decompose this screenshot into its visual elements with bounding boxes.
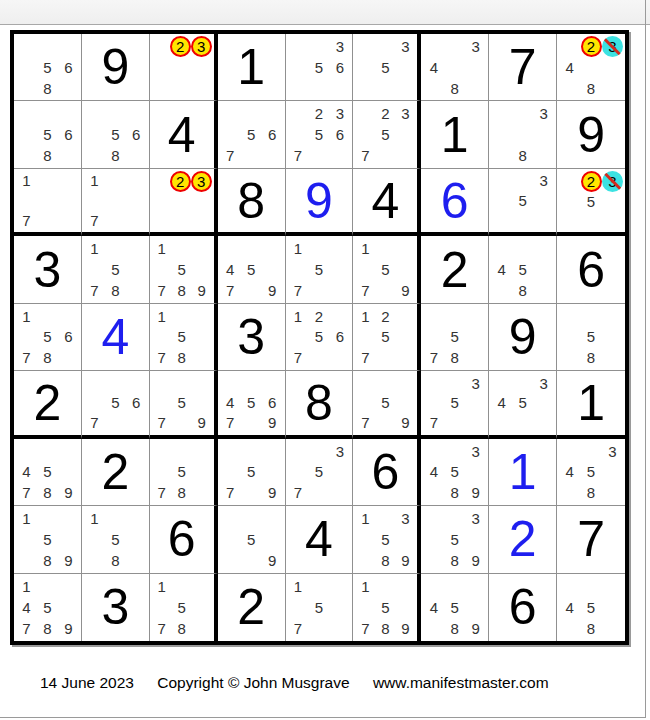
cell-r5c2[interactable]: 4 xyxy=(82,304,150,371)
circled-candidate: 2 xyxy=(170,36,191,57)
candidate: 2 xyxy=(309,103,330,124)
candidate: 4 xyxy=(491,393,512,413)
solved-digit: 2 xyxy=(441,245,469,295)
candidate: 7 xyxy=(423,347,444,368)
cell-r9c1[interactable]: 145789 xyxy=(14,574,82,641)
candidate: 7 xyxy=(355,618,375,639)
solved-digit: 7 xyxy=(577,514,605,564)
candidate: 5 xyxy=(444,461,465,482)
pencil-marks: 23567 xyxy=(288,103,351,165)
candidate: 5 xyxy=(375,393,395,413)
candidate: 8 xyxy=(580,347,601,368)
solved-digit: 3 xyxy=(34,245,62,295)
candidate: 8 xyxy=(37,482,58,503)
cell-r5c5[interactable]: 12567 xyxy=(286,304,354,371)
cell-r1c4[interactable]: 1 xyxy=(218,34,286,101)
candidate: 7 xyxy=(84,280,105,301)
candidate: 1 xyxy=(288,238,309,259)
footer-date: 14 June 2023 xyxy=(40,674,134,691)
cell-r2c1[interactable]: 568 xyxy=(14,101,82,168)
cell-r8c6[interactable]: 13589 xyxy=(353,506,421,573)
candidate: 4 xyxy=(423,57,444,78)
candidate: 5 xyxy=(37,327,58,348)
solved-digit-blue: 2 xyxy=(509,514,537,564)
candidate: 7 xyxy=(16,347,37,368)
candidate: 8 xyxy=(37,550,58,571)
candidate: 5 xyxy=(172,259,192,280)
candidate: 7 xyxy=(84,211,105,231)
solved-digit: 9 xyxy=(101,42,129,92)
candidate: 3 xyxy=(395,508,415,529)
candidate: 8 xyxy=(444,618,465,639)
pencil-marks: 158 xyxy=(84,508,147,570)
pencil-marks: 348 xyxy=(423,36,486,98)
candidate: 6 xyxy=(126,393,147,413)
candidate: 6 xyxy=(58,327,79,348)
solved-digit: 6 xyxy=(509,582,537,632)
cell-r9c6[interactable]: 15789 xyxy=(353,574,421,641)
candidate: 3 xyxy=(533,373,554,393)
candidate: 6 xyxy=(329,124,350,145)
pencil-marks: 567 xyxy=(220,103,283,165)
candidate: 7 xyxy=(16,482,37,503)
pencil-marks: 3458 xyxy=(559,441,623,503)
cell-r8c3[interactable]: 6 xyxy=(150,506,218,573)
cell-r1c7[interactable]: 348 xyxy=(421,34,489,101)
candidate: 5 xyxy=(444,393,465,413)
cell-r2c6[interactable]: 2357 xyxy=(353,101,421,168)
cell-r3c2[interactable]: 17 xyxy=(82,169,150,236)
candidate: 1 xyxy=(16,306,37,327)
cell-r3c9[interactable]: 235 xyxy=(557,169,625,236)
pencil-marks: 235 xyxy=(559,171,623,230)
solved-digit: 6 xyxy=(168,514,196,564)
cell-r6c3[interactable]: 579 xyxy=(150,371,218,438)
top-strip xyxy=(0,0,650,25)
candidate: 8 xyxy=(105,550,126,571)
candidate: 4 xyxy=(559,57,580,78)
cell-r7c8[interactable]: 1 xyxy=(489,439,557,506)
solved-digit: 1 xyxy=(441,110,469,160)
candidate: 3 xyxy=(329,36,350,57)
pencil-marks: 458 xyxy=(559,576,623,639)
pencil-marks: 1257 xyxy=(355,306,415,368)
cell-r1c8[interactable]: 7 xyxy=(489,34,557,101)
pencil-marks: 34589 xyxy=(423,441,486,503)
cell-r7c3[interactable]: 578 xyxy=(150,439,218,506)
pencil-marks: 568 xyxy=(84,103,147,165)
solved-digit: 2 xyxy=(101,447,129,497)
candidate: 4 xyxy=(423,597,444,618)
pencil-marks: 579 xyxy=(152,373,212,432)
cell-r6c7[interactable]: 357 xyxy=(421,371,489,438)
pencil-marks: 17 xyxy=(84,171,147,230)
cell-r6c2[interactable]: 567 xyxy=(82,371,150,438)
candidate: 5 xyxy=(37,461,58,482)
candidate: 5 xyxy=(444,529,465,550)
candidate: 4 xyxy=(491,259,512,280)
candidate: 2 xyxy=(309,306,330,327)
candidate: 7 xyxy=(355,413,375,433)
solved-digit: 2 xyxy=(34,378,62,428)
candidate: 5 xyxy=(105,259,126,280)
candidate: 8 xyxy=(444,347,465,368)
candidate: 3 xyxy=(395,103,415,124)
pencil-marks: 1578 xyxy=(84,238,147,300)
candidate: 1 xyxy=(288,306,309,327)
candidate: 3 xyxy=(329,103,350,124)
candidate: 3 xyxy=(465,373,486,393)
candidate: 9 xyxy=(395,550,415,571)
candidate: 8 xyxy=(172,618,192,639)
pencil-marks: 12567 xyxy=(288,306,351,368)
cell-r5c3[interactable]: 1578 xyxy=(150,304,218,371)
solved-digit-blue: 1 xyxy=(509,447,537,497)
candidate: 1 xyxy=(355,508,375,529)
cell-r6c8[interactable]: 345 xyxy=(489,371,557,438)
solved-digit-blue: 6 xyxy=(441,176,469,226)
candidate: 1 xyxy=(355,576,375,597)
candidate: 8 xyxy=(444,78,465,99)
candidate: 5 xyxy=(309,57,330,78)
candidate: 5 xyxy=(444,327,465,348)
candidate: 5 xyxy=(172,327,192,348)
pencil-marks: 13589 xyxy=(355,508,415,570)
eliminated-candidate: 3 xyxy=(602,36,623,57)
cell-r2c3[interactable]: 4 xyxy=(150,101,218,168)
candidate: 6 xyxy=(329,327,350,348)
candidate: 9 xyxy=(395,413,415,433)
cell-r7c2[interactable]: 2 xyxy=(82,439,150,506)
candidate: 8 xyxy=(512,145,533,166)
candidate: 5 xyxy=(105,124,126,145)
cell-r5c6[interactable]: 1257 xyxy=(353,304,421,371)
cell-r1c6[interactable]: 35 xyxy=(353,34,421,101)
cell-r2c8[interactable]: 38 xyxy=(489,101,557,168)
candidate: 7 xyxy=(16,618,37,639)
candidate: 7 xyxy=(152,413,172,433)
circled-candidate: 2 xyxy=(581,171,602,192)
candidate: 7 xyxy=(84,413,105,433)
pencil-marks: 4579 xyxy=(220,238,283,300)
cell-r5c9[interactable]: 58 xyxy=(557,304,625,371)
cell-r9c9[interactable]: 458 xyxy=(557,574,625,641)
candidate: 8 xyxy=(444,550,465,571)
pencil-marks: 579 xyxy=(355,373,415,432)
candidate: 4 xyxy=(559,597,580,618)
cell-r8c5[interactable]: 4 xyxy=(286,506,354,573)
candidate: 5 xyxy=(37,597,58,618)
candidate: 2 xyxy=(375,306,395,327)
candidate: 3 xyxy=(465,36,486,57)
candidate: 5 xyxy=(512,393,533,413)
pencil-marks: 58 xyxy=(559,306,623,368)
solved-digit: 9 xyxy=(509,312,537,362)
cell-r2c7[interactable]: 1 xyxy=(421,101,489,168)
pencil-marks: 1579 xyxy=(355,238,415,300)
footer: 14 June 2023 Copyright © John Musgrave w… xyxy=(40,674,549,692)
pencil-marks: 23 xyxy=(152,171,212,230)
cell-r8c9[interactable]: 7 xyxy=(557,506,625,573)
cell-r4c9[interactable]: 6 xyxy=(557,236,625,303)
pencil-marks: 23 xyxy=(152,36,212,98)
cell-r4c5[interactable]: 157 xyxy=(286,236,354,303)
cell-r9c4[interactable]: 2 xyxy=(218,574,286,641)
cell-r2c5[interactable]: 23567 xyxy=(286,101,354,168)
pencil-marks: 567 xyxy=(84,373,147,432)
pencil-marks: 59 xyxy=(220,508,283,570)
candidate: 8 xyxy=(37,78,58,99)
candidate: 9 xyxy=(262,413,283,433)
candidate: 8 xyxy=(105,145,126,166)
candidate: 8 xyxy=(37,347,58,368)
cell-r4c6[interactable]: 1579 xyxy=(353,236,421,303)
cell-r4c1[interactable]: 3 xyxy=(14,236,82,303)
candidate: 7 xyxy=(220,145,241,166)
candidate: 3 xyxy=(602,441,623,462)
solved-digit: 9 xyxy=(577,110,605,160)
cell-r2c2[interactable]: 568 xyxy=(82,101,150,168)
cell-r1c9[interactable]: 2348 xyxy=(557,34,625,101)
pencil-marks: 356 xyxy=(288,36,351,98)
candidate: 7 xyxy=(355,280,375,301)
candidate: 1 xyxy=(152,238,172,259)
cell-r4c3[interactable]: 15789 xyxy=(150,236,218,303)
cell-r8c8[interactable]: 2 xyxy=(489,506,557,573)
candidate: 8 xyxy=(172,482,192,503)
candidate: 8 xyxy=(172,347,192,368)
pencil-marks: 35 xyxy=(355,36,415,98)
candidate: 9 xyxy=(262,550,283,571)
candidate: 5 xyxy=(309,327,330,348)
cell-r6c5[interactable]: 8 xyxy=(286,371,354,438)
candidate: 7 xyxy=(16,211,37,231)
candidate: 6 xyxy=(126,124,147,145)
solved-digit: 6 xyxy=(371,447,399,497)
candidate: 5 xyxy=(241,461,262,482)
cell-r7c9[interactable]: 3458 xyxy=(557,439,625,506)
candidate: 9 xyxy=(192,280,212,301)
cell-r4c7[interactable]: 2 xyxy=(421,236,489,303)
pencil-marks: 578 xyxy=(423,306,486,368)
cell-r3c3[interactable]: 23 xyxy=(150,169,218,236)
pencil-marks: 38 xyxy=(491,103,554,165)
candidate: 5 xyxy=(580,461,601,482)
candidate: 7 xyxy=(220,482,241,503)
circled-candidate: 3 xyxy=(191,171,212,192)
candidate: 8 xyxy=(580,78,601,99)
cell-r7c4[interactable]: 579 xyxy=(218,439,286,506)
solved-digit: 8 xyxy=(305,378,333,428)
cell-r3c7[interactable]: 6 xyxy=(421,169,489,236)
candidate: 1 xyxy=(152,306,172,327)
candidate: 1 xyxy=(16,171,37,191)
candidate: 5 xyxy=(375,259,395,280)
cell-r9c5[interactable]: 157 xyxy=(286,574,354,641)
pencil-marks: 2357 xyxy=(355,103,415,165)
candidate: 8 xyxy=(375,618,395,639)
solved-digit: 8 xyxy=(237,176,265,226)
candidate: 5 xyxy=(309,597,330,618)
cell-r1c1[interactable]: 568 xyxy=(14,34,82,101)
cell-r9c3[interactable]: 1578 xyxy=(150,574,218,641)
cell-r3c4[interactable]: 8 xyxy=(218,169,286,236)
cell-r5c4[interactable]: 3 xyxy=(218,304,286,371)
candidate: 7 xyxy=(355,145,375,166)
candidate: 7 xyxy=(152,347,172,368)
cell-r9c8[interactable]: 6 xyxy=(489,574,557,641)
candidate: 5 xyxy=(241,529,262,550)
solved-digit: 4 xyxy=(168,110,196,160)
cell-r8c4[interactable]: 59 xyxy=(218,506,286,573)
candidate: 9 xyxy=(465,618,486,639)
candidate: 5 xyxy=(580,192,601,211)
pencil-marks: 45679 xyxy=(220,373,283,432)
candidate: 5 xyxy=(512,259,533,280)
pencil-marks: 1578 xyxy=(152,576,212,639)
pencil-marks: 568 xyxy=(16,103,79,165)
candidate: 5 xyxy=(37,124,58,145)
candidate: 1 xyxy=(288,576,309,597)
cell-r6c1[interactable]: 2 xyxy=(14,371,82,438)
solved-digit-blue: 4 xyxy=(101,312,129,362)
candidate: 4 xyxy=(220,393,241,413)
cell-r1c3[interactable]: 23 xyxy=(150,34,218,101)
cell-r7c6[interactable]: 6 xyxy=(353,439,421,506)
cell-r8c1[interactable]: 1589 xyxy=(14,506,82,573)
candidate: 7 xyxy=(152,618,172,639)
pencil-marks: 3589 xyxy=(423,508,486,570)
pencil-marks: 157 xyxy=(288,576,351,639)
cell-r3c6[interactable]: 4 xyxy=(353,169,421,236)
candidate: 1 xyxy=(84,508,105,529)
candidate: 8 xyxy=(512,280,533,301)
pencil-marks: 15678 xyxy=(16,306,79,368)
candidate: 5 xyxy=(172,461,192,482)
candidate: 7 xyxy=(288,482,309,503)
cell-r7c1[interactable]: 45789 xyxy=(14,439,82,506)
solved-digit: 3 xyxy=(237,312,265,362)
circled-candidate: 2 xyxy=(170,171,191,192)
candidate: 5 xyxy=(172,393,192,413)
candidate: 5 xyxy=(105,393,126,413)
pencil-marks: 579 xyxy=(220,441,283,503)
pencil-marks: 458 xyxy=(491,238,554,300)
pencil-marks: 357 xyxy=(288,441,351,503)
solved-digit: 4 xyxy=(371,176,399,226)
candidate: 9 xyxy=(58,618,79,639)
cell-r8c7[interactable]: 3589 xyxy=(421,506,489,573)
candidate: 3 xyxy=(395,36,415,57)
candidate: 6 xyxy=(58,124,79,145)
cell-r7c7[interactable]: 34589 xyxy=(421,439,489,506)
pencil-marks: 578 xyxy=(152,441,212,503)
candidate: 5 xyxy=(375,529,395,550)
candidate: 9 xyxy=(58,550,79,571)
pencil-marks: 45789 xyxy=(16,441,79,503)
pencil-marks: 1578 xyxy=(152,306,212,368)
candidate: 5 xyxy=(375,597,395,618)
candidate: 8 xyxy=(580,482,601,503)
cell-r5c1[interactable]: 15678 xyxy=(14,304,82,371)
cell-r7c5[interactable]: 357 xyxy=(286,439,354,506)
cell-r5c8[interactable]: 9 xyxy=(489,304,557,371)
pencil-marks: 35 xyxy=(491,171,554,230)
solved-digit: 7 xyxy=(509,42,537,92)
candidate: 5 xyxy=(37,57,58,78)
cell-r4c8[interactable]: 458 xyxy=(489,236,557,303)
candidate: 1 xyxy=(16,508,37,529)
candidate: 7 xyxy=(288,347,309,368)
eliminated-candidate: 3 xyxy=(602,171,623,192)
pencil-marks: 15789 xyxy=(152,238,212,300)
candidate: 6 xyxy=(262,393,283,413)
candidate: 4 xyxy=(16,597,37,618)
pencil-marks: 345 xyxy=(491,373,554,432)
cell-r9c2[interactable]: 3 xyxy=(82,574,150,641)
footer-copyright: Copyright © John Musgrave xyxy=(157,674,349,691)
candidate: 5 xyxy=(375,124,395,145)
cell-r2c9[interactable]: 9 xyxy=(557,101,625,168)
candidate: 3 xyxy=(533,171,554,191)
cell-r2c4[interactable]: 567 xyxy=(218,101,286,168)
candidate: 5 xyxy=(309,461,330,482)
pencil-marks: 17 xyxy=(16,171,79,230)
cell-r3c1[interactable]: 17 xyxy=(14,169,82,236)
cell-r4c4[interactable]: 4579 xyxy=(218,236,286,303)
candidate: 8 xyxy=(105,280,126,301)
cell-r4c2[interactable]: 1578 xyxy=(82,236,150,303)
candidate: 5 xyxy=(375,57,395,78)
cell-r6c4[interactable]: 45679 xyxy=(218,371,286,438)
cell-r3c5[interactable]: 9 xyxy=(286,169,354,236)
candidate: 5 xyxy=(241,259,262,280)
cell-r1c5[interactable]: 356 xyxy=(286,34,354,101)
candidate: 5 xyxy=(172,597,192,618)
pencil-marks: 2348 xyxy=(559,36,623,98)
cell-r8c2[interactable]: 158 xyxy=(82,506,150,573)
candidate: 7 xyxy=(152,482,172,503)
candidate: 8 xyxy=(375,550,395,571)
candidate: 2 xyxy=(375,103,395,124)
cell-r6c6[interactable]: 579 xyxy=(353,371,421,438)
candidate: 5 xyxy=(241,393,262,413)
candidate: 1 xyxy=(355,238,375,259)
candidate: 3 xyxy=(465,441,486,462)
candidate: 6 xyxy=(329,57,350,78)
pencil-marks: 15789 xyxy=(355,576,415,639)
candidate: 4 xyxy=(16,461,37,482)
candidate: 4 xyxy=(559,461,580,482)
candidate: 7 xyxy=(152,280,172,301)
candidate: 1 xyxy=(16,576,37,597)
solved-digit: 1 xyxy=(577,378,605,428)
cell-r6c9[interactable]: 1 xyxy=(557,371,625,438)
solved-digit: 4 xyxy=(305,514,333,564)
candidate: 7 xyxy=(220,280,241,301)
cell-r3c8[interactable]: 35 xyxy=(489,169,557,236)
candidate: 1 xyxy=(84,171,105,191)
solved-digit: 3 xyxy=(101,582,129,632)
candidate: 6 xyxy=(58,57,79,78)
candidate: 9 xyxy=(465,550,486,571)
cell-r1c2[interactable]: 9 xyxy=(82,34,150,101)
candidate: 4 xyxy=(423,461,444,482)
cell-r9c7[interactable]: 4589 xyxy=(421,574,489,641)
candidate: 8 xyxy=(444,482,465,503)
cell-r5c7[interactable]: 578 xyxy=(421,304,489,371)
candidate: 9 xyxy=(262,482,283,503)
